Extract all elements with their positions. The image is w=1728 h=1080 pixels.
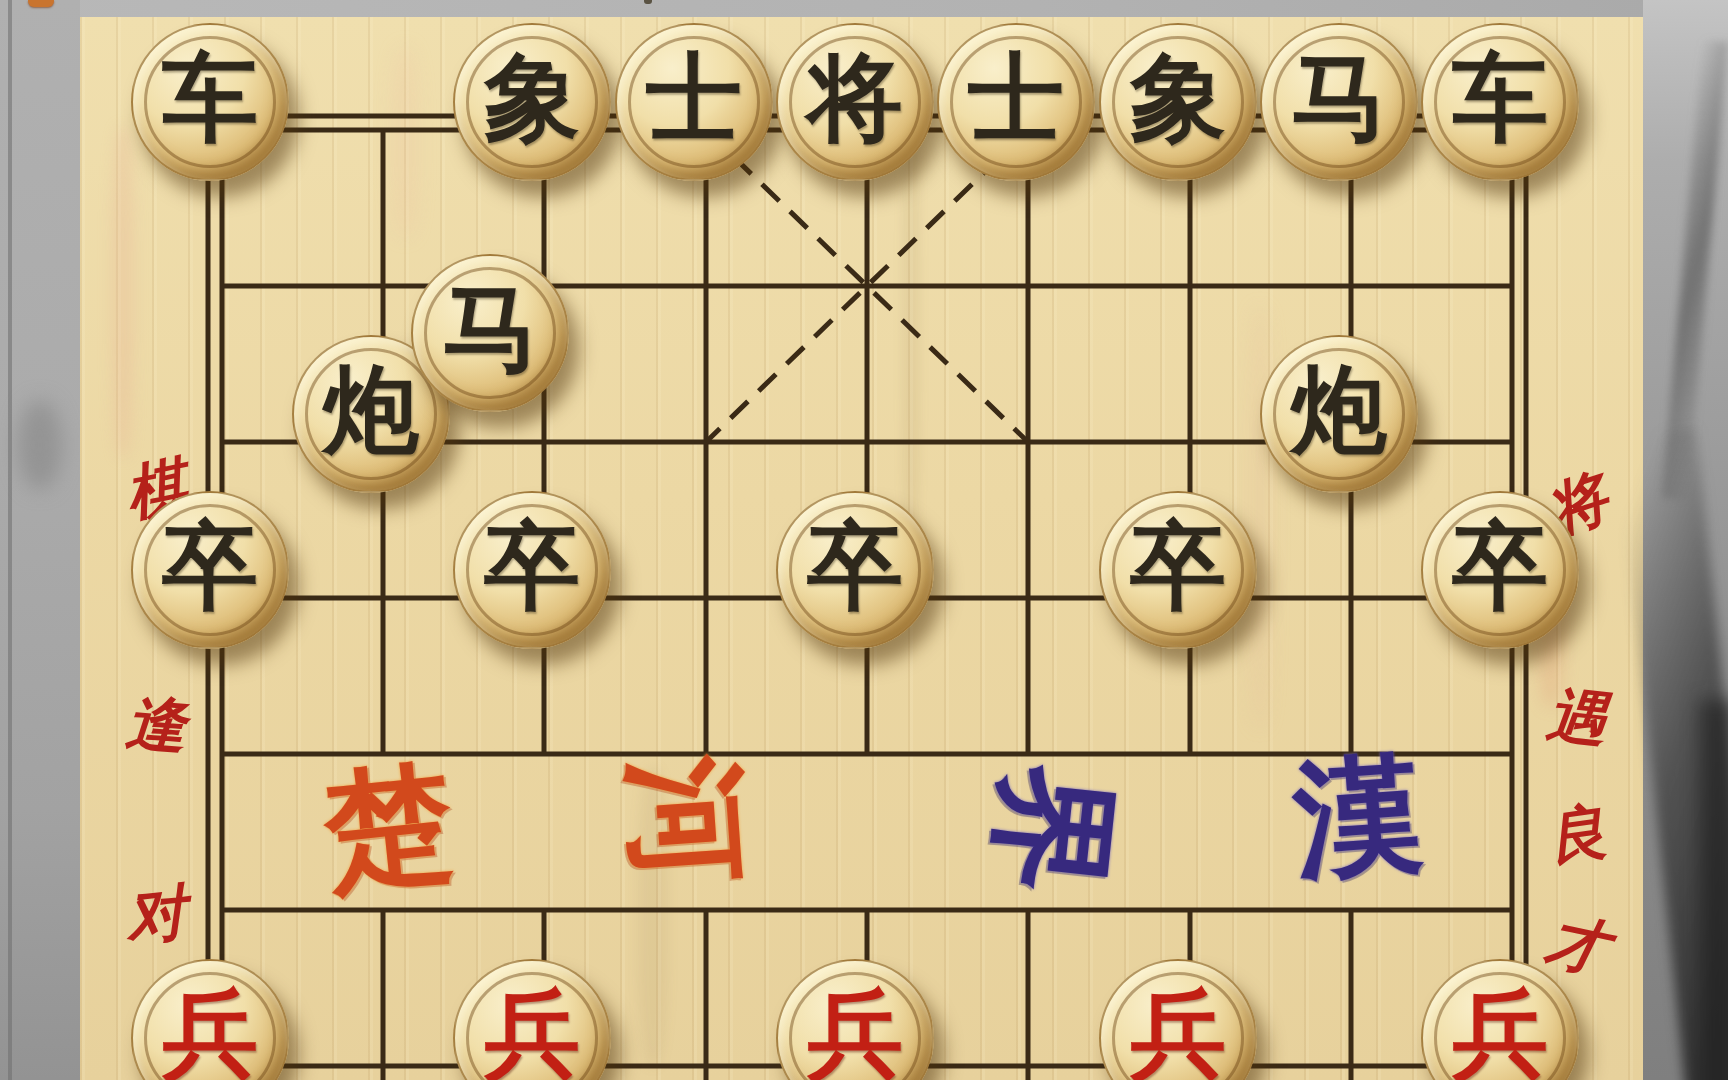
piece-black-soldier[interactable]: 卒: [1099, 491, 1257, 649]
piece-black-horse[interactable]: 马: [1260, 23, 1418, 181]
piece-black-chariot[interactable]: 车: [131, 23, 289, 181]
piece-glyph: 卒: [778, 493, 932, 641]
piece-red-soldier[interactable]: 兵: [131, 959, 289, 1080]
margin-calligraphy-right: 遇: [1544, 685, 1610, 751]
piece-glyph: 将: [778, 25, 932, 173]
river-text-char: 界: [982, 760, 1123, 901]
piece-glyph: 卒: [1423, 493, 1577, 641]
piece-black-elephant[interactable]: 象: [1099, 23, 1257, 181]
piece-glyph: 卒: [1101, 493, 1255, 641]
piece-red-soldier[interactable]: 兵: [1099, 959, 1257, 1080]
piece-black-advisor[interactable]: 士: [937, 23, 1095, 181]
piece-black-cannon[interactable]: 炮: [1260, 335, 1418, 493]
piece-glyph: 士: [617, 25, 771, 173]
piece-red-soldier[interactable]: 兵: [776, 959, 934, 1080]
piece-red-soldier[interactable]: 兵: [453, 959, 611, 1080]
margin-calligraphy-left: 逢: [124, 693, 188, 757]
piece-black-general[interactable]: 将: [776, 23, 934, 181]
piece-black-advisor[interactable]: 士: [615, 23, 773, 181]
margin-calligraphy-left: 对: [123, 882, 189, 948]
river-text-char: 楚: [319, 758, 460, 899]
piece-glyph: 士: [939, 25, 1093, 173]
piece-black-horse-moving[interactable]: 马: [411, 254, 569, 412]
piece-glyph: 车: [1423, 25, 1577, 173]
piece-glyph: 兵: [133, 961, 287, 1080]
piece-black-soldier[interactable]: 卒: [453, 491, 611, 649]
piece-black-soldier[interactable]: 卒: [776, 491, 934, 649]
river-text-char: 漢: [1290, 750, 1427, 887]
piece-black-chariot[interactable]: 车: [1421, 23, 1579, 181]
piece-glyph: 兵: [455, 961, 609, 1080]
xiangqi-app-frame: 楚河界漢棋逢对将遇良才 车象士将士象马车炮炮卒卒卒卒卒兵兵兵兵兵马: [0, 0, 1728, 1080]
river-text-char: 河: [618, 752, 755, 889]
piece-black-elephant[interactable]: 象: [453, 23, 611, 181]
piece-red-soldier[interactable]: 兵: [1421, 959, 1579, 1080]
piece-glyph: 卒: [133, 493, 287, 641]
piece-glyph: 兵: [778, 961, 932, 1080]
piece-glyph: 马: [1262, 25, 1416, 173]
piece-glyph: 象: [1101, 25, 1255, 173]
piece-glyph: 车: [133, 25, 287, 173]
piece-black-soldier[interactable]: 卒: [131, 491, 289, 649]
backdrop-fold: [1700, 700, 1728, 1080]
piece-glyph: 兵: [1101, 961, 1255, 1080]
piece-glyph: 炮: [1262, 337, 1416, 485]
piece-glyph: 象: [455, 25, 609, 173]
piece-glyph: 卒: [455, 493, 609, 641]
piece-glyph: 兵: [1423, 961, 1577, 1080]
piece-black-soldier[interactable]: 卒: [1421, 491, 1579, 649]
margin-calligraphy-right: 良: [1543, 801, 1611, 869]
piece-glyph: 马: [413, 256, 567, 404]
